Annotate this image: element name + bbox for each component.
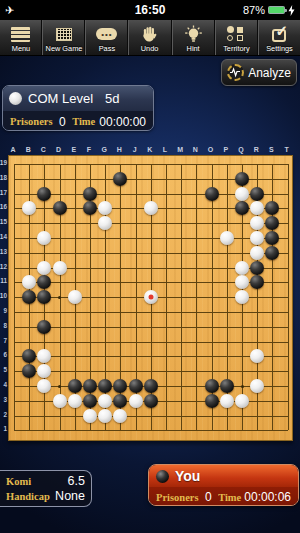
new-game-button[interactable]: New Game (42, 20, 85, 55)
row-label: 3 (3, 396, 7, 404)
white-stone-Q11 (235, 275, 249, 289)
black-stone-F3 (83, 394, 97, 408)
black-stone-O17 (205, 187, 219, 201)
grid-line-v (181, 164, 182, 430)
grid-line-v (166, 164, 167, 430)
row-label: 16 (0, 203, 7, 211)
battery-percent: 87% (243, 4, 265, 16)
black-stone-B5 (22, 364, 36, 378)
last-move-marker (148, 295, 153, 300)
black-stone-O3 (205, 394, 219, 408)
com-time-label: Time (72, 116, 95, 127)
new-game-label: New Game (45, 44, 82, 53)
white-stone-G16 (98, 201, 112, 215)
grid-line-h (14, 416, 288, 417)
white-stone-G2 (98, 409, 112, 423)
com-level-value: 5d (105, 91, 119, 106)
row-label: 14 (0, 233, 7, 241)
row-label: 4 (3, 381, 7, 389)
black-stone-B6 (22, 349, 36, 363)
territory-button[interactable]: Territory (215, 20, 258, 55)
white-stone-D3 (53, 394, 67, 408)
star-point (58, 296, 61, 299)
black-stone-C8 (37, 320, 51, 334)
column-label: A (8, 146, 18, 153)
com-time-value: 00:00:00 (99, 115, 146, 129)
white-stone-R14 (250, 231, 264, 245)
white-stone-C6 (37, 349, 51, 363)
you-player-name: You (175, 468, 200, 484)
row-label: 7 (3, 337, 7, 345)
white-stone-C4 (37, 379, 51, 393)
white-stone-R16 (250, 201, 264, 215)
board-row-labels: 19181716151413121110987654321 (0, 155, 8, 441)
row-label: 10 (0, 292, 7, 300)
black-stone-D16 (53, 201, 67, 215)
menu-button[interactable]: Menu (0, 20, 42, 55)
white-stone-B16 (22, 201, 36, 215)
white-stone-R6 (250, 349, 264, 363)
column-label: P (221, 146, 231, 153)
black-stone-O4 (205, 379, 219, 393)
battery-icon (268, 6, 285, 14)
white-stone-H2 (113, 409, 127, 423)
black-stone-K3 (144, 394, 158, 408)
black-stone-E4 (68, 379, 82, 393)
white-stone-F2 (83, 409, 97, 423)
black-stone-K4 (144, 379, 158, 393)
you-time-label: Time (218, 492, 241, 503)
you-player-panel: You Prisoners 0 Time 00:00:06 (148, 464, 299, 506)
white-stone-Q12 (235, 261, 249, 275)
row-label: 9 (3, 307, 7, 315)
territory-shapes-icon (227, 26, 245, 42)
black-stone-C11 (37, 275, 51, 289)
white-stone-R13 (250, 246, 264, 260)
grid-line-h (14, 342, 288, 343)
analyze-button[interactable]: Analyze (221, 59, 297, 86)
black-stone-J4 (129, 379, 143, 393)
column-label: Q (236, 146, 246, 153)
white-stone-C12 (37, 261, 51, 275)
grid-line-v (288, 164, 289, 430)
analyze-label: Analyze (248, 66, 291, 80)
grid-line-h (14, 327, 288, 328)
go-board[interactable] (8, 155, 293, 441)
white-stone-J3 (129, 394, 143, 408)
white-stone-icon (9, 92, 22, 105)
analyze-gauge-icon (227, 64, 244, 81)
black-stone-B10 (22, 290, 36, 304)
row-label: 2 (3, 411, 7, 419)
white-stone-K16 (144, 201, 158, 215)
column-label: M (175, 146, 185, 153)
black-stone-H18 (113, 172, 127, 186)
you-prisoners-label: Prisoners (156, 492, 199, 503)
white-stone-C14 (37, 231, 51, 245)
black-stone-S16 (265, 201, 279, 215)
settings-checkbox-icon (272, 29, 286, 42)
com-player-panel: COM Level 5d Prisoners 0 Time 00:00:00 (2, 85, 154, 131)
column-label: S (266, 146, 276, 153)
black-stone-S14 (265, 231, 279, 245)
komi-value: 6.5 (68, 474, 85, 488)
game-info-panel: Komi 6.5 Handicap None (0, 470, 92, 507)
white-stone-Q10 (235, 290, 249, 304)
black-stone-F4 (83, 379, 97, 393)
column-label: H (114, 146, 124, 153)
undo-label: Undo (141, 44, 159, 53)
handicap-label: Handicap (6, 491, 50, 502)
you-prisoners-value: 0 (205, 490, 212, 504)
white-stone-G3 (98, 394, 112, 408)
column-label: K (145, 146, 155, 153)
row-label: 17 (0, 189, 7, 197)
row-label: 11 (0, 277, 7, 285)
pass-button[interactable]: ••• Pass (85, 20, 128, 55)
star-point (58, 385, 61, 388)
black-stone-F16 (83, 201, 97, 215)
black-stone-R12 (250, 261, 264, 275)
grid-line-h (14, 356, 288, 357)
row-label: 1 (3, 425, 7, 433)
white-stone-P3 (220, 394, 234, 408)
new-game-board-icon (56, 28, 72, 41)
column-label: D (54, 146, 64, 153)
grid-line-v (196, 164, 197, 430)
column-label: R (251, 146, 261, 153)
row-label: 6 (3, 351, 7, 359)
white-stone-C5 (37, 364, 51, 378)
territory-label: Territory (223, 44, 250, 53)
white-stone-R15 (250, 216, 264, 230)
black-stone-H3 (113, 394, 127, 408)
white-stone-R4 (250, 379, 264, 393)
undo-button[interactable]: Undo (128, 20, 171, 55)
row-label: 12 (0, 263, 7, 271)
white-stone-B11 (22, 275, 36, 289)
settings-button[interactable]: Settings (258, 20, 300, 55)
column-label: T (282, 146, 292, 153)
row-label: 19 (0, 159, 7, 167)
black-stone-C17 (37, 187, 51, 201)
speech-bubble-icon: ••• (96, 28, 117, 40)
white-stone-Q3 (235, 394, 249, 408)
com-prisoners-label: Prisoners (10, 116, 53, 127)
black-stone-R11 (250, 275, 264, 289)
white-stone-E10 (68, 290, 82, 304)
app-screen: ✈ 16:50 87% Menu New Game ••• Pass (0, 0, 300, 533)
black-stone-S13 (265, 246, 279, 260)
black-stone-G4 (98, 379, 112, 393)
board-column-labels: ABCDEFGHJKLMNOPQRST (8, 146, 293, 155)
black-stone-Q16 (235, 201, 249, 215)
status-bar: ✈ 16:50 87% (0, 0, 300, 20)
star-point (241, 385, 244, 388)
black-stone-R17 (250, 187, 264, 201)
white-stone-D12 (53, 261, 67, 275)
pass-label: Pass (99, 44, 115, 53)
black-stone-H4 (113, 379, 127, 393)
white-stone-K10 (144, 290, 158, 304)
white-stone-Q17 (235, 187, 249, 201)
hint-button[interactable]: Hint (172, 20, 215, 55)
column-label: L (160, 146, 170, 153)
column-label: C (38, 146, 48, 153)
black-stone-icon (156, 470, 169, 483)
hand-icon (141, 25, 159, 43)
row-label: 15 (0, 218, 7, 226)
row-label: 13 (0, 248, 7, 256)
grid-line-h (14, 430, 288, 431)
column-label: G (99, 146, 109, 153)
com-player-name: COM Level (28, 91, 93, 106)
white-stone-P14 (220, 231, 234, 245)
menu-label: Menu (11, 44, 29, 53)
black-stone-P4 (220, 379, 234, 393)
you-time-value: 00:00:06 (244, 490, 291, 504)
charging-bolt-icon (288, 5, 295, 16)
black-stone-F17 (83, 187, 97, 201)
row-label: 8 (3, 322, 7, 330)
white-stone-G15 (98, 216, 112, 230)
row-label: 5 (3, 366, 7, 374)
hint-label: Hint (187, 44, 200, 53)
white-stone-E3 (68, 394, 82, 408)
row-label: 18 (0, 174, 7, 182)
column-label: F (84, 146, 94, 153)
toolbar: Menu New Game ••• Pass (0, 20, 300, 56)
column-label: E (69, 146, 79, 153)
black-stone-S15 (265, 216, 279, 230)
komi-label: Komi (6, 476, 31, 487)
column-label: N (190, 146, 200, 153)
column-label: O (206, 146, 216, 153)
grid-line-h (14, 312, 288, 313)
black-stone-C10 (37, 290, 51, 304)
black-stone-Q18 (235, 172, 249, 186)
handicap-value: None (55, 489, 85, 503)
settings-label: Settings (266, 44, 293, 53)
grid-line-h (14, 371, 288, 372)
column-label: J (130, 146, 140, 153)
com-prisoners-value: 0 (59, 115, 66, 129)
column-label: B (23, 146, 33, 153)
menu-icon (11, 27, 30, 42)
lightbulb-icon (184, 25, 203, 43)
